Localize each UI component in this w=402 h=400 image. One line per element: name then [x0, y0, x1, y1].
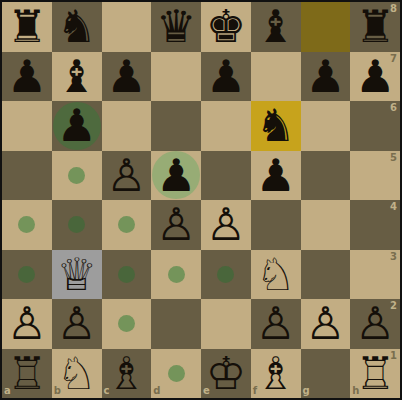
- square-g1[interactable]: g: [301, 349, 351, 399]
- square-b8[interactable]: ♞: [52, 2, 102, 52]
- square-d1[interactable]: d: [151, 349, 201, 399]
- square-c5[interactable]: ♙: [102, 151, 152, 201]
- move-hint-dot[interactable]: [217, 266, 234, 283]
- square-f1[interactable]: ♗f: [251, 349, 301, 399]
- square-g7[interactable]: ♟: [301, 52, 351, 102]
- square-c2[interactable]: [102, 299, 152, 349]
- square-c4[interactable]: [102, 200, 152, 250]
- square-f4[interactable]: [251, 200, 301, 250]
- piece-black-pawn[interactable]: ♟: [102, 52, 152, 102]
- square-c7[interactable]: ♟: [102, 52, 152, 102]
- square-b7[interactable]: ♝: [52, 52, 102, 102]
- move-hint-dot[interactable]: [18, 216, 35, 233]
- square-h1[interactable]: ♖h1: [350, 349, 400, 399]
- piece-black-pawn[interactable]: ♟: [151, 151, 201, 201]
- square-e7[interactable]: ♟: [201, 52, 251, 102]
- square-g2[interactable]: ♙: [301, 299, 351, 349]
- move-hint-dot[interactable]: [118, 315, 135, 332]
- square-b6[interactable]: ♟: [52, 101, 102, 151]
- square-b2[interactable]: ♙: [52, 299, 102, 349]
- square-h3[interactable]: 3: [350, 250, 400, 300]
- square-c1[interactable]: ♗c: [102, 349, 152, 399]
- square-e1[interactable]: ♔e: [201, 349, 251, 399]
- square-h4[interactable]: 4: [350, 200, 400, 250]
- piece-white-pawn[interactable]: ♙: [201, 200, 251, 250]
- piece-white-pawn[interactable]: ♙: [151, 200, 201, 250]
- square-c8[interactable]: [102, 2, 152, 52]
- piece-white-rook[interactable]: ♖: [350, 349, 400, 399]
- square-b4[interactable]: [52, 200, 102, 250]
- piece-black-rook[interactable]: ♜: [2, 2, 52, 52]
- piece-white-knight[interactable]: ♘: [251, 250, 301, 300]
- square-d4[interactable]: ♙: [151, 200, 201, 250]
- square-a2[interactable]: ♙: [2, 299, 52, 349]
- square-f6[interactable]: ♞: [251, 101, 301, 151]
- square-a6[interactable]: [2, 101, 52, 151]
- square-g3[interactable]: [301, 250, 351, 300]
- piece-white-bishop[interactable]: ♗: [251, 349, 301, 399]
- move-hint-dot[interactable]: [68, 167, 85, 184]
- piece-white-knight[interactable]: ♘: [52, 349, 102, 399]
- piece-white-rook[interactable]: ♖: [2, 349, 52, 399]
- rank-label: 3: [390, 252, 397, 262]
- square-g5[interactable]: [301, 151, 351, 201]
- piece-white-queen[interactable]: ♕: [52, 250, 102, 300]
- piece-black-knight[interactable]: ♞: [251, 101, 301, 151]
- piece-white-pawn[interactable]: ♙: [301, 299, 351, 349]
- piece-white-pawn[interactable]: ♙: [350, 299, 400, 349]
- square-b1[interactable]: ♘b: [52, 349, 102, 399]
- square-d2[interactable]: [151, 299, 201, 349]
- square-d3[interactable]: [151, 250, 201, 300]
- file-label: g: [303, 386, 310, 396]
- piece-black-queen[interactable]: ♛: [151, 2, 201, 52]
- move-hint-dot[interactable]: [168, 266, 185, 283]
- square-b5[interactable]: [52, 151, 102, 201]
- piece-white-bishop[interactable]: ♗: [102, 349, 152, 399]
- chess-board: ♜♞♛♚♝♜8♟♝♟♟♟♟7♟♞6♙♟♟5♙♙4♕♘3♙♙♙♙♙2♖a♘b♗cd…: [0, 0, 402, 400]
- piece-black-knight[interactable]: ♞: [52, 2, 102, 52]
- square-g6[interactable]: [301, 101, 351, 151]
- square-c3[interactable]: [102, 250, 152, 300]
- piece-white-pawn[interactable]: ♙: [102, 151, 152, 201]
- square-f3[interactable]: ♘: [251, 250, 301, 300]
- square-e5[interactable]: [201, 151, 251, 201]
- piece-white-pawn[interactable]: ♙: [251, 299, 301, 349]
- piece-black-pawn[interactable]: ♟: [52, 101, 102, 151]
- square-d6[interactable]: [151, 101, 201, 151]
- piece-black-bishop[interactable]: ♝: [52, 52, 102, 102]
- square-d8[interactable]: ♛: [151, 2, 201, 52]
- square-e4[interactable]: ♙: [201, 200, 251, 250]
- piece-black-pawn[interactable]: ♟: [350, 52, 400, 102]
- piece-black-pawn[interactable]: ♟: [301, 52, 351, 102]
- piece-black-pawn[interactable]: ♟: [201, 52, 251, 102]
- piece-white-king[interactable]: ♔: [201, 349, 251, 399]
- square-f7[interactable]: [251, 52, 301, 102]
- rank-label: 5: [390, 153, 397, 163]
- piece-black-bishop[interactable]: ♝: [251, 2, 301, 52]
- square-h2[interactable]: ♙2: [350, 299, 400, 349]
- square-e3[interactable]: [201, 250, 251, 300]
- square-a8[interactable]: ♜: [2, 2, 52, 52]
- piece-black-rook[interactable]: ♜: [350, 2, 400, 52]
- rank-label: 4: [390, 202, 397, 212]
- square-g4[interactable]: [301, 200, 351, 250]
- square-b3[interactable]: ♕: [52, 250, 102, 300]
- square-d5[interactable]: ♟: [151, 151, 201, 201]
- piece-black-pawn[interactable]: ♟: [2, 52, 52, 102]
- square-a3[interactable]: [2, 250, 52, 300]
- square-g8[interactable]: [301, 2, 351, 52]
- rank-label: 6: [390, 103, 397, 113]
- square-e2[interactable]: [201, 299, 251, 349]
- square-h8[interactable]: ♜8: [350, 2, 400, 52]
- piece-white-pawn[interactable]: ♙: [52, 299, 102, 349]
- square-d7[interactable]: [151, 52, 201, 102]
- move-hint-dot[interactable]: [168, 365, 185, 382]
- square-h6[interactable]: 6: [350, 101, 400, 151]
- piece-black-pawn[interactable]: ♟: [251, 151, 301, 201]
- piece-white-pawn[interactable]: ♙: [2, 299, 52, 349]
- square-a1[interactable]: ♖a: [2, 349, 52, 399]
- move-hint-dot[interactable]: [68, 216, 85, 233]
- square-a4[interactable]: [2, 200, 52, 250]
- piece-black-king[interactable]: ♚: [201, 2, 251, 52]
- file-label: d: [153, 386, 160, 396]
- square-c6[interactable]: [102, 101, 152, 151]
- square-e6[interactable]: [201, 101, 251, 151]
- square-e8[interactable]: ♚: [201, 2, 251, 52]
- square-a7[interactable]: ♟: [2, 52, 52, 102]
- square-h5[interactable]: 5: [350, 151, 400, 201]
- square-h7[interactable]: ♟7: [350, 52, 400, 102]
- move-hint-dot[interactable]: [118, 266, 135, 283]
- square-f2[interactable]: ♙: [251, 299, 301, 349]
- square-f8[interactable]: ♝: [251, 2, 301, 52]
- move-hint-dot[interactable]: [118, 216, 135, 233]
- square-a5[interactable]: [2, 151, 52, 201]
- square-f5[interactable]: ♟: [251, 151, 301, 201]
- move-hint-dot[interactable]: [18, 266, 35, 283]
